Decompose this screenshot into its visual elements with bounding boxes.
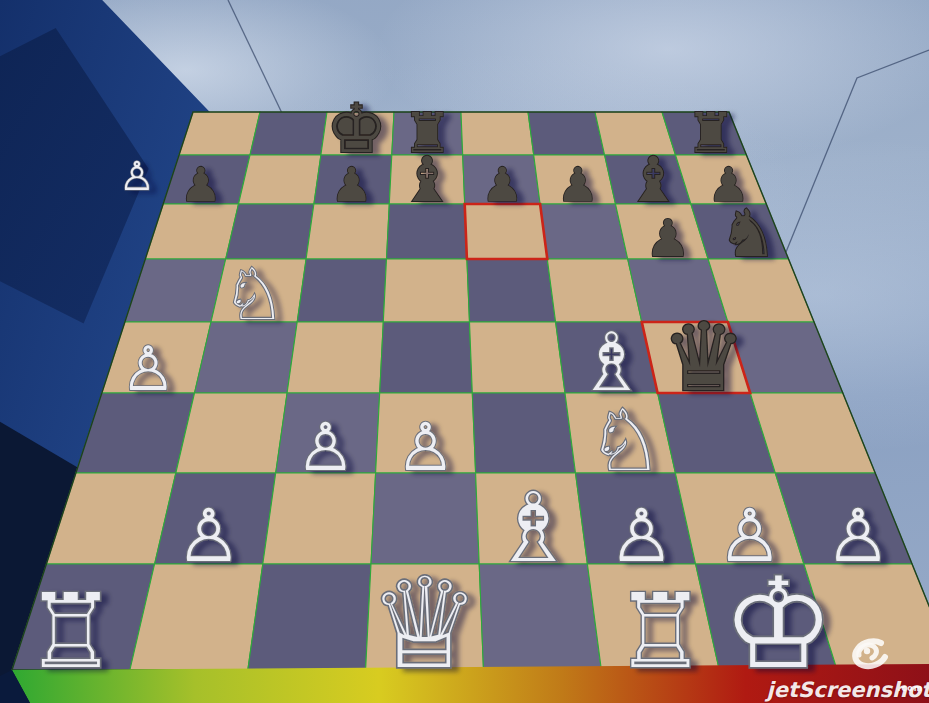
piece-black-bishop-d7[interactable]: ♝	[399, 143, 455, 216]
square-a2[interactable]	[46, 473, 175, 564]
captured-white-pawn-off-board: ♙	[119, 153, 155, 199]
piece-black-queen-g4[interactable]: ♛	[662, 303, 746, 412]
square-e4[interactable]	[470, 322, 566, 393]
chess-board-3d[interactable]: ♚♜♜♟♟♝♟♟♝♟♟♞♘♙♗♛♙♙♘♙♗♙♙♙♖♕♖♔♙	[0, 0, 929, 703]
game-stage: ♚♜♜♟♟♝♟♟♝♟♟♞♘♙♗♛♙♙♘♙♗♙♙♙♖♕♖♔♙ jetScreens…	[0, 0, 929, 703]
square-e8[interactable]	[461, 112, 534, 155]
square-a5[interactable]	[125, 259, 226, 322]
square-b3[interactable]	[176, 393, 287, 473]
piece-black-pawn-a7[interactable]: ♟	[180, 157, 222, 212]
square-b7[interactable]	[239, 155, 321, 204]
piece-white-pawn-b2[interactable]: ♙	[176, 493, 241, 578]
square-a6[interactable]	[145, 204, 238, 259]
watermark-swirl-icon	[841, 629, 891, 679]
piece-white-rook-a1[interactable]: ♖	[25, 571, 117, 691]
piece-white-knight-f3[interactable]: ♘	[587, 391, 663, 490]
square-d5[interactable]	[383, 259, 469, 322]
piece-black-pawn-c7[interactable]: ♟	[331, 157, 373, 212]
piece-black-pawn-g6[interactable]: ♟	[645, 209, 691, 268]
square-d4[interactable]	[380, 322, 473, 393]
piece-white-king-g1[interactable]: ♔	[722, 551, 834, 696]
square-b8[interactable]	[250, 112, 327, 155]
square-c2[interactable]	[263, 473, 376, 564]
piece-black-pawn-f7[interactable]: ♟	[557, 157, 599, 212]
square-c1[interactable]	[248, 564, 371, 670]
square-a3[interactable]	[76, 393, 195, 473]
piece-white-pawn-c3[interactable]: ♙	[296, 409, 355, 486]
piece-black-rook-h8[interactable]: ♜	[686, 101, 735, 165]
square-c5[interactable]	[297, 259, 386, 322]
piece-white-pawn-h2[interactable]: ♙	[825, 493, 890, 578]
piece-white-pawn-d3[interactable]: ♙	[396, 409, 455, 486]
square-f6[interactable]	[540, 204, 628, 259]
piece-white-rook-f1[interactable]: ♖	[614, 571, 706, 691]
square-c6[interactable]	[306, 204, 389, 259]
piece-white-knight-b5[interactable]: ♘	[222, 253, 286, 336]
square-e5[interactable]	[467, 259, 556, 322]
piece-white-pawn-f2[interactable]: ♙	[609, 493, 674, 578]
piece-white-pawn-a4[interactable]: ♙	[121, 333, 176, 404]
piece-black-pawn-e7[interactable]: ♟	[481, 157, 523, 212]
square-f5[interactable]	[547, 259, 642, 322]
piece-black-bishop-g7[interactable]: ♝	[625, 143, 681, 216]
square-b6[interactable]	[226, 204, 314, 259]
piece-black-knight-h6[interactable]: ♞	[719, 196, 777, 271]
piece-white-bishop-e2[interactable]: ♗	[490, 472, 576, 584]
square-e6[interactable]	[465, 204, 548, 259]
square-c4[interactable]	[287, 322, 383, 393]
square-e3[interactable]	[472, 393, 575, 473]
square-f8[interactable]	[528, 112, 605, 155]
piece-white-queen-d1[interactable]: ♕	[369, 551, 481, 696]
